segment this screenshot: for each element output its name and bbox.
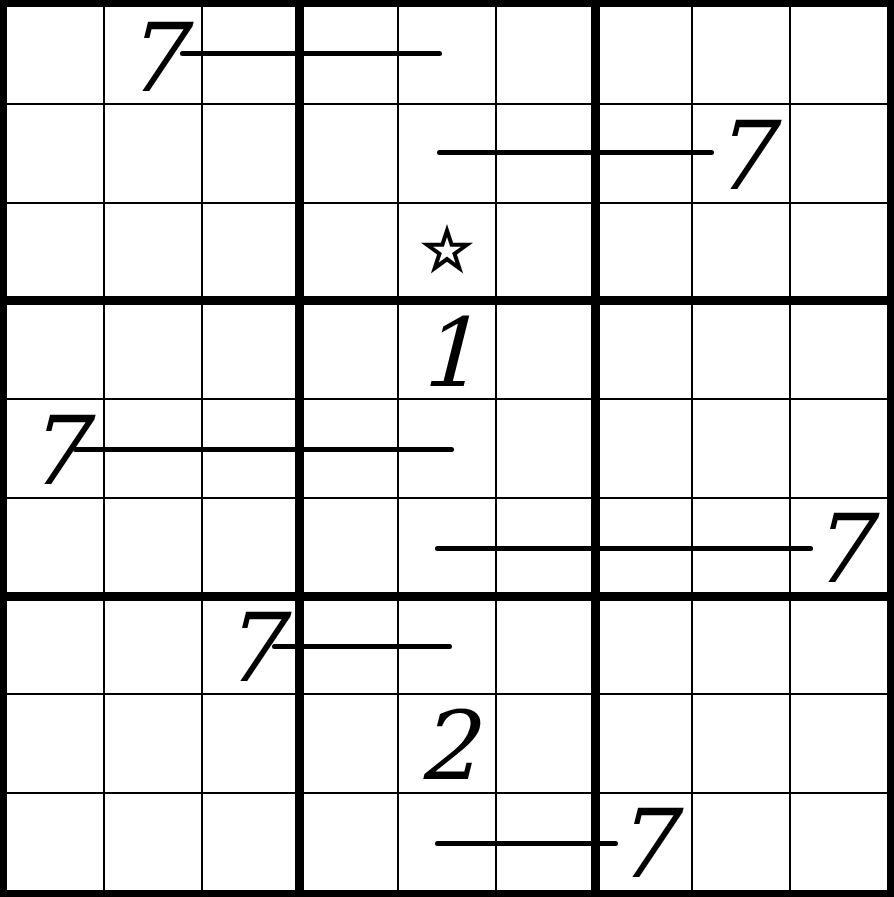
given-digit-7: 7	[809, 502, 869, 597]
cell-r3c1[interactable]	[7, 204, 103, 300]
cell-r6c4[interactable]	[301, 499, 397, 595]
cell-r2c9[interactable]	[791, 105, 887, 201]
cell-r3c3[interactable]	[203, 204, 299, 300]
cell-r5c7[interactable]	[595, 400, 691, 496]
cell-r3c7[interactable]	[595, 204, 691, 300]
cell-r9c2[interactable]	[105, 794, 201, 890]
cell-r2c2[interactable]	[105, 105, 201, 201]
cell-r7c6[interactable]	[497, 597, 593, 693]
box-border-horizontal-1	[0, 296, 894, 305]
cell-r4c3[interactable]	[203, 302, 299, 398]
given-digit-7: 7	[711, 109, 771, 204]
given-digit-1: 1	[417, 306, 477, 401]
cell-r4c5: 1	[399, 302, 495, 398]
given-digit-2: 2	[417, 699, 477, 794]
cell-r7c9[interactable]	[791, 597, 887, 693]
cell-r6c1[interactable]	[7, 499, 103, 595]
cell-r4c4[interactable]	[301, 302, 397, 398]
pointer-line-row6	[435, 546, 813, 551]
cell-r9c8[interactable]	[693, 794, 789, 890]
pointer-line-row1	[180, 51, 442, 56]
cell-r4c8[interactable]	[693, 302, 789, 398]
cell-r3c2[interactable]	[105, 204, 201, 300]
cell-r1c1[interactable]	[7, 7, 103, 103]
cell-r2c3[interactable]	[203, 105, 299, 201]
given-digit-7: 7	[613, 797, 673, 892]
cell-r3c8[interactable]	[693, 204, 789, 300]
cell-r4c1[interactable]	[7, 302, 103, 398]
cell-r3c9[interactable]	[791, 204, 887, 300]
cell-r3c6[interactable]	[497, 204, 593, 300]
cell-r9c4[interactable]	[301, 794, 397, 890]
cell-r6c3[interactable]	[203, 499, 299, 595]
given-digit-7: 7	[123, 11, 183, 106]
cell-r1c8[interactable]	[693, 7, 789, 103]
cell-r4c2[interactable]	[105, 302, 201, 398]
cell-r1c9[interactable]	[791, 7, 887, 103]
cell-r8c3[interactable]	[203, 695, 299, 791]
cell-r4c6[interactable]	[497, 302, 593, 398]
cell-r8c5: 2	[399, 695, 495, 791]
cell-r8c6[interactable]	[497, 695, 593, 791]
cell-r1c6[interactable]	[497, 7, 593, 103]
star-mark: ☆	[421, 221, 473, 279]
cell-r8c8[interactable]	[693, 695, 789, 791]
cell-r9c3[interactable]	[203, 794, 299, 890]
cell-r8c1[interactable]	[7, 695, 103, 791]
cell-r8c7[interactable]	[595, 695, 691, 791]
cell-r8c9[interactable]	[791, 695, 887, 791]
cell-r9c1[interactable]	[7, 794, 103, 890]
cell-r6c2[interactable]	[105, 499, 201, 595]
pointer-line-row7	[272, 644, 452, 649]
pointer-line-row2	[437, 150, 714, 155]
cell-r8c4[interactable]	[301, 695, 397, 791]
cell-r4c7[interactable]	[595, 302, 691, 398]
cell-r3c5[interactable]: ☆	[399, 204, 495, 300]
cell-r2c4[interactable]	[301, 105, 397, 201]
cell-r7c8[interactable]	[693, 597, 789, 693]
box-border-horizontal-2	[0, 592, 894, 601]
cell-r4c9[interactable]	[791, 302, 887, 398]
pointer-line-row5	[73, 447, 454, 452]
cell-r2c1[interactable]	[7, 105, 103, 201]
box-border-vertical-2	[591, 0, 600, 897]
pointer-line-row9	[435, 841, 618, 846]
cell-r5c6[interactable]	[497, 400, 593, 496]
cell-r1c7[interactable]	[595, 7, 691, 103]
cell-r5c8[interactable]	[693, 400, 789, 496]
cell-r7c1[interactable]	[7, 597, 103, 693]
cell-r7c7[interactable]	[595, 597, 691, 693]
cell-r9c9[interactable]	[791, 794, 887, 890]
cell-r7c2[interactable]	[105, 597, 201, 693]
cell-r5c9[interactable]	[791, 400, 887, 496]
cell-r8c2[interactable]	[105, 695, 201, 791]
cell-r3c4[interactable]	[301, 204, 397, 300]
sudoku-board: 77☆177727	[0, 0, 894, 897]
